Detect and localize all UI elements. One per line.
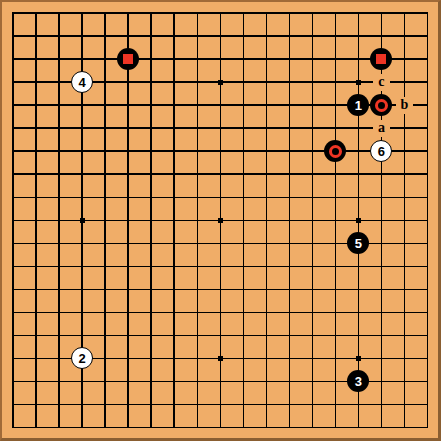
star-point [356,218,361,223]
stone-white-qg: 6 [370,140,392,162]
star-point [356,356,361,361]
move-number: 4 [78,76,85,89]
grid-line-horizontal [12,427,428,428]
move-number: 3 [355,375,362,388]
point-label-b: b [396,97,413,114]
move-number: 1 [355,99,362,112]
move-number: 2 [78,352,85,365]
grid-line-horizontal [12,335,428,336]
circle-mark-icon [375,99,388,112]
stone-black-pk: 5 [347,232,369,254]
square-mark-icon [376,54,386,64]
point-label-c: c [373,74,390,91]
star-point [356,80,361,85]
stone-white-dd: 4 [71,71,93,93]
grid-line-vertical [335,12,336,428]
point-label-a: a [373,120,390,137]
grid-line-vertical [289,12,290,428]
star-point [80,218,85,223]
grid-line-horizontal [12,266,428,267]
star-point [218,356,223,361]
grid-line-vertical [427,12,428,428]
stone-black-pq: 3 [347,370,369,392]
stone-black-qc-square-marked [370,48,392,70]
stone-black-pe: 1 [347,94,369,116]
stone-black-fc-square-marked [117,48,139,70]
grid-line-vertical [243,12,244,428]
grid-line-horizontal [12,404,428,405]
square-mark-icon [123,54,133,64]
stone-white-dp: 2 [71,347,93,369]
star-point [218,218,223,223]
stone-black-og-circle-marked [324,140,346,162]
grid-line-horizontal [12,289,428,290]
star-point [218,80,223,85]
move-number: 6 [378,145,385,158]
grid-line-vertical [404,12,405,428]
grid-line-vertical [266,12,267,428]
stone-black-qe-circle-marked [370,94,392,116]
move-number: 5 [355,237,362,250]
grid-line-horizontal [12,312,428,313]
circle-mark-icon [329,145,342,158]
grid-line-vertical [312,12,313,428]
go-board: 416523cba [0,0,441,441]
